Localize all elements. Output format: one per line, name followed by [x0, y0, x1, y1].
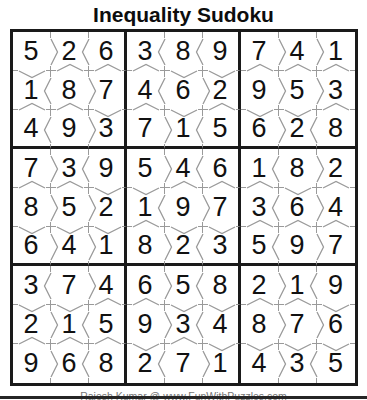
cell-r4c7: 1 — [241, 149, 279, 188]
cell-r7c2: 7 — [51, 266, 89, 305]
cell-r8c5: 3 — [165, 305, 203, 344]
cell-r7c9: 9 — [317, 266, 355, 305]
cell-r2c4: 4 — [127, 71, 165, 110]
cell-r6c4: 8 — [127, 227, 165, 266]
cell-r4c2: 3 — [51, 149, 89, 188]
page-title: Inequality Sudoku — [0, 3, 367, 27]
cell-r5c6: 7 — [203, 188, 241, 227]
cell-r5c8: 6 — [279, 188, 317, 227]
cell-r2c8: 5 — [279, 71, 317, 110]
cell-r1c1: 5 — [13, 32, 51, 71]
cell-r5c3: 2 — [89, 188, 127, 227]
cell-r6c5: 2 — [165, 227, 203, 266]
cell-r6c3: 1 — [89, 227, 127, 266]
cell-r7c8: 1 — [279, 266, 317, 305]
cell-r1c9: 1 — [317, 32, 355, 71]
cell-r3c6: 5 — [203, 110, 241, 149]
cell-r2c2: 8 — [51, 71, 89, 110]
cell-r2c3: 7 — [89, 71, 127, 110]
cell-r2c1: 1 — [13, 71, 51, 110]
cell-r3c4: 7 — [127, 110, 165, 149]
cell-r7c4: 6 — [127, 266, 165, 305]
cell-r8c9: 6 — [317, 305, 355, 344]
cell-r1c3: 6 — [89, 32, 127, 71]
cell-r3c8: 2 — [279, 110, 317, 149]
cell-r9c5: 7 — [165, 344, 203, 383]
cell-r1c2: 2 — [51, 32, 89, 71]
cell-r5c7: 3 — [241, 188, 279, 227]
cell-r4c1: 7 — [13, 149, 51, 188]
cell-r4c8: 8 — [279, 149, 317, 188]
cell-r9c8: 3 — [279, 344, 317, 383]
cell-r3c7: 6 — [241, 110, 279, 149]
cell-r4c5: 4 — [165, 149, 203, 188]
cell-r3c2: 9 — [51, 110, 89, 149]
cell-r9c9: 5 — [317, 344, 355, 383]
cell-r6c9: 7 — [317, 227, 355, 266]
cell-r8c1: 2 — [13, 305, 51, 344]
cell-r6c7: 5 — [241, 227, 279, 266]
cell-r5c4: 1 — [127, 188, 165, 227]
cell-r1c5: 8 — [165, 32, 203, 71]
cell-r7c5: 5 — [165, 266, 203, 305]
cell-r6c2: 4 — [51, 227, 89, 266]
sudoku-board: 5263897411874629534937156287395461828521… — [10, 29, 358, 386]
cell-r7c7: 2 — [241, 266, 279, 305]
cell-r9c1: 9 — [13, 344, 51, 383]
cell-r7c6: 8 — [203, 266, 241, 305]
cell-r8c6: 4 — [203, 305, 241, 344]
cell-r3c1: 4 — [13, 110, 51, 149]
cell-r2c9: 3 — [317, 71, 355, 110]
cell-r8c8: 7 — [279, 305, 317, 344]
bottom-divider — [0, 396, 367, 399]
cell-r1c4: 3 — [127, 32, 165, 71]
cell-r4c9: 2 — [317, 149, 355, 188]
cell-r6c1: 6 — [13, 227, 51, 266]
cell-r1c8: 4 — [279, 32, 317, 71]
cell-r5c5: 9 — [165, 188, 203, 227]
cell-r9c4: 2 — [127, 344, 165, 383]
cell-r8c7: 8 — [241, 305, 279, 344]
cell-r3c9: 8 — [317, 110, 355, 149]
cell-r5c2: 5 — [51, 188, 89, 227]
cell-r8c4: 9 — [127, 305, 165, 344]
cell-r5c9: 4 — [317, 188, 355, 227]
cell-r4c6: 6 — [203, 149, 241, 188]
cell-r4c3: 9 — [89, 149, 127, 188]
cell-r2c6: 2 — [203, 71, 241, 110]
cell-r1c7: 7 — [241, 32, 279, 71]
cell-r7c1: 3 — [13, 266, 51, 305]
cell-r2c5: 6 — [165, 71, 203, 110]
cell-r9c2: 6 — [51, 344, 89, 383]
cell-r4c4: 5 — [127, 149, 165, 188]
cell-r9c3: 8 — [89, 344, 127, 383]
cell-r5c1: 8 — [13, 188, 51, 227]
cell-r9c6: 1 — [203, 344, 241, 383]
cell-r8c2: 1 — [51, 305, 89, 344]
cell-r6c6: 3 — [203, 227, 241, 266]
cell-r7c3: 4 — [89, 266, 127, 305]
cell-r8c3: 5 — [89, 305, 127, 344]
cell-r6c8: 9 — [279, 227, 317, 266]
cell-r3c3: 3 — [89, 110, 127, 149]
cell-r2c7: 9 — [241, 71, 279, 110]
cell-r3c5: 1 — [165, 110, 203, 149]
cell-r9c7: 4 — [241, 344, 279, 383]
cell-r1c6: 9 — [203, 32, 241, 71]
